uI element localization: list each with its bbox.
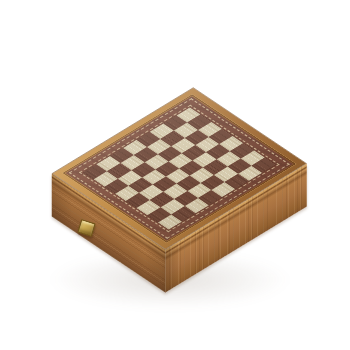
product-photo-stage: [0, 0, 350, 350]
